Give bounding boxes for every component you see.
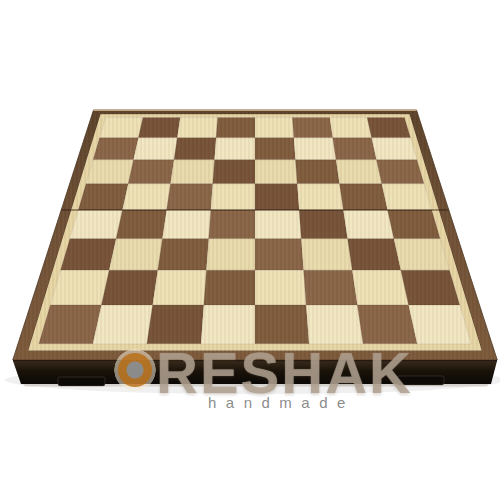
- chessboard: [0, 0, 500, 500]
- hinge-left: [58, 377, 105, 386]
- product-photo: RESHAK handmade: [0, 0, 500, 500]
- wood-grain-overlay: [13, 110, 498, 360]
- hinge-right: [397, 376, 444, 385]
- chessboard-svg: [0, 0, 500, 500]
